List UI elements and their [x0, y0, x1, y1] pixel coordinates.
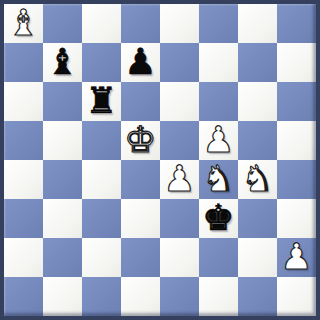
- square-e1[interactable]: [160, 277, 199, 316]
- square-b2[interactable]: [43, 238, 82, 277]
- square-e7[interactable]: [160, 43, 199, 82]
- square-f7[interactable]: [199, 43, 238, 82]
- square-f2[interactable]: [199, 238, 238, 277]
- square-f3[interactable]: ♚: [199, 199, 238, 238]
- square-c3[interactable]: [82, 199, 121, 238]
- square-c2[interactable]: [82, 238, 121, 277]
- square-d4[interactable]: [121, 160, 160, 199]
- white-king-piece: ♚: [124, 122, 156, 158]
- square-a3[interactable]: [4, 199, 43, 238]
- square-d5[interactable]: ♚: [121, 121, 160, 160]
- square-f5[interactable]: ♟: [199, 121, 238, 160]
- square-e5[interactable]: [160, 121, 199, 160]
- square-f4[interactable]: ♞: [199, 160, 238, 199]
- square-f1[interactable]: [199, 277, 238, 316]
- square-e2[interactable]: [160, 238, 199, 277]
- square-c1[interactable]: [82, 277, 121, 316]
- square-g8[interactable]: [238, 4, 277, 43]
- square-d8[interactable]: [121, 4, 160, 43]
- board-frame: ♝♝♟♜♚♟♟♞♞♚♟: [0, 0, 320, 320]
- square-f8[interactable]: [199, 4, 238, 43]
- square-h4[interactable]: [277, 160, 316, 199]
- square-g3[interactable]: [238, 199, 277, 238]
- black-bishop-piece: ♝: [46, 44, 78, 80]
- square-b4[interactable]: [43, 160, 82, 199]
- square-c6[interactable]: ♜: [82, 82, 121, 121]
- square-g7[interactable]: [238, 43, 277, 82]
- square-b8[interactable]: [43, 4, 82, 43]
- square-c4[interactable]: [82, 160, 121, 199]
- square-a2[interactable]: [4, 238, 43, 277]
- square-b3[interactable]: [43, 199, 82, 238]
- square-h5[interactable]: [277, 121, 316, 160]
- white-pawn-piece: ♟: [280, 239, 312, 275]
- square-e3[interactable]: [160, 199, 199, 238]
- white-knight-piece: ♞: [241, 161, 273, 197]
- white-bishop-piece: ♝: [7, 5, 39, 41]
- square-h6[interactable]: [277, 82, 316, 121]
- square-e6[interactable]: [160, 82, 199, 121]
- square-g2[interactable]: [238, 238, 277, 277]
- square-a7[interactable]: [4, 43, 43, 82]
- square-d2[interactable]: [121, 238, 160, 277]
- square-a1[interactable]: [4, 277, 43, 316]
- white-knight-piece: ♞: [202, 161, 234, 197]
- square-c8[interactable]: [82, 4, 121, 43]
- square-a4[interactable]: [4, 160, 43, 199]
- square-b5[interactable]: [43, 121, 82, 160]
- square-c5[interactable]: [82, 121, 121, 160]
- square-b1[interactable]: [43, 277, 82, 316]
- square-g1[interactable]: [238, 277, 277, 316]
- square-h3[interactable]: [277, 199, 316, 238]
- square-g5[interactable]: [238, 121, 277, 160]
- square-e4[interactable]: ♟: [160, 160, 199, 199]
- square-h8[interactable]: [277, 4, 316, 43]
- square-e8[interactable]: [160, 4, 199, 43]
- black-king-piece: ♚: [202, 200, 234, 236]
- square-a8[interactable]: ♝: [4, 4, 43, 43]
- square-d6[interactable]: [121, 82, 160, 121]
- square-d7[interactable]: ♟: [121, 43, 160, 82]
- white-pawn-piece: ♟: [163, 161, 195, 197]
- square-h2[interactable]: ♟: [277, 238, 316, 277]
- square-d1[interactable]: [121, 277, 160, 316]
- square-g4[interactable]: ♞: [238, 160, 277, 199]
- square-b6[interactable]: [43, 82, 82, 121]
- square-a6[interactable]: [4, 82, 43, 121]
- black-rook-piece: ♜: [85, 83, 117, 119]
- black-pawn-piece: ♟: [124, 44, 156, 80]
- square-g6[interactable]: [238, 82, 277, 121]
- square-b7[interactable]: ♝: [43, 43, 82, 82]
- square-d3[interactable]: [121, 199, 160, 238]
- chess-board: ♝♝♟♜♚♟♟♞♞♚♟: [4, 4, 316, 316]
- square-a5[interactable]: [4, 121, 43, 160]
- square-c7[interactable]: [82, 43, 121, 82]
- white-pawn-piece: ♟: [202, 122, 234, 158]
- square-h7[interactable]: [277, 43, 316, 82]
- square-h1[interactable]: [277, 277, 316, 316]
- square-f6[interactable]: [199, 82, 238, 121]
